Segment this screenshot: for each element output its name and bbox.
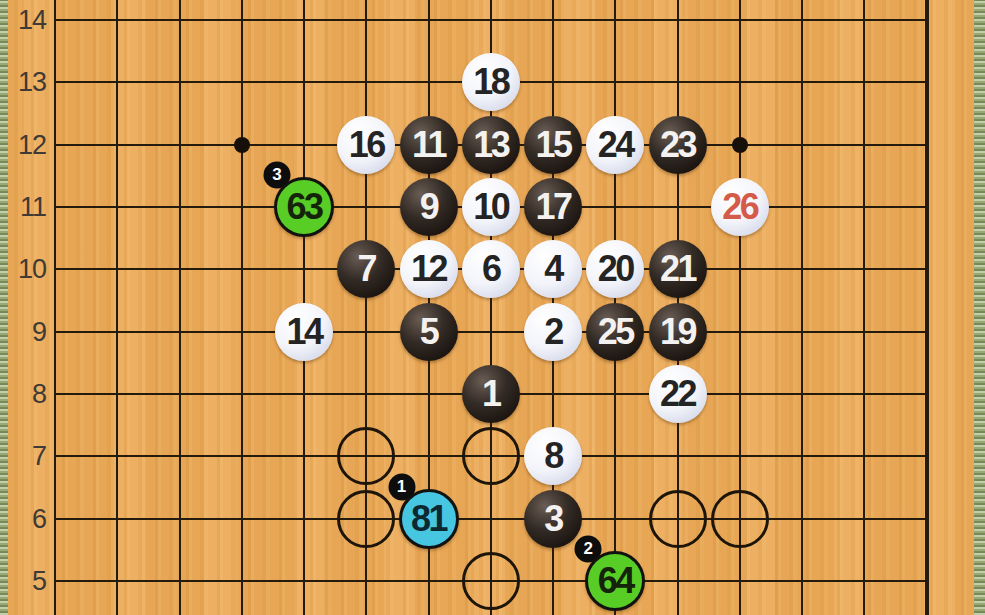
stone-black-3[interactable]: 3	[524, 490, 582, 548]
grid-vline-col3	[179, 0, 181, 615]
stone-white-22[interactable]: 22	[649, 365, 707, 423]
analysis-stone-63[interactable]: 63	[274, 177, 334, 237]
row-label-10: 10	[6, 254, 46, 285]
analysis-stone-64[interactable]: 64	[585, 551, 645, 611]
grid-vline-col15	[925, 0, 929, 615]
grid-vline-col1	[54, 0, 56, 615]
grid-hline-row14	[54, 19, 929, 21]
row-label-12: 12	[6, 129, 46, 160]
stone-black-23[interactable]: 23	[649, 116, 707, 174]
star-point	[234, 137, 250, 153]
row-label-14: 14	[6, 5, 46, 36]
ring-marker[interactable]	[649, 490, 707, 548]
analysis-stone-81[interactable]: 81	[399, 489, 459, 549]
ring-marker[interactable]	[462, 552, 520, 610]
row-label-13: 13	[6, 67, 46, 98]
board[interactable]: 141312111098765 123456789101112131415161…	[0, 0, 985, 615]
star-point	[732, 137, 748, 153]
stone-black-19[interactable]: 19	[649, 303, 707, 361]
stone-black-13[interactable]: 13	[462, 116, 520, 174]
row-label-8: 8	[6, 378, 46, 409]
stone-black-9[interactable]: 9	[400, 178, 458, 236]
row-label-7: 7	[6, 441, 46, 472]
row-label-5: 5	[6, 565, 46, 596]
grid-vline-col13	[801, 0, 803, 615]
grid-hline-row6	[54, 518, 929, 520]
stone-black-11[interactable]: 11	[400, 116, 458, 174]
stone-white-6[interactable]: 6	[462, 240, 520, 298]
ring-marker[interactable]	[462, 427, 520, 485]
stone-white-4[interactable]: 4	[524, 240, 582, 298]
row-label-11: 11	[6, 191, 46, 222]
stone-white-16[interactable]: 16	[337, 116, 395, 174]
row-label-6: 6	[6, 503, 46, 534]
stone-white-12[interactable]: 12	[400, 240, 458, 298]
stone-white-14[interactable]: 14	[275, 303, 333, 361]
ring-marker[interactable]	[337, 490, 395, 548]
stone-white-18[interactable]: 18	[462, 53, 520, 111]
grid-vline-col2	[116, 0, 118, 615]
table-edge-right	[974, 0, 985, 615]
stone-white-24[interactable]: 24	[586, 116, 644, 174]
grid-hline-row9	[54, 331, 929, 333]
stone-black-17[interactable]: 17	[524, 178, 582, 236]
stone-white-26[interactable]: 26	[711, 178, 769, 236]
stone-white-10[interactable]: 10	[462, 178, 520, 236]
stone-white-8[interactable]: 8	[524, 427, 582, 485]
stone-black-15[interactable]: 15	[524, 116, 582, 174]
stone-white-20[interactable]: 20	[586, 240, 644, 298]
stone-black-5[interactable]: 5	[400, 303, 458, 361]
stone-black-7[interactable]: 7	[337, 240, 395, 298]
row-label-9: 9	[6, 316, 46, 347]
grid-vline-col4	[241, 0, 243, 615]
stone-black-21[interactable]: 21	[649, 240, 707, 298]
ring-marker[interactable]	[337, 427, 395, 485]
stone-black-25[interactable]: 25	[586, 303, 644, 361]
stone-black-1[interactable]: 1	[462, 365, 520, 423]
grid-vline-col14	[863, 0, 865, 615]
ring-marker[interactable]	[711, 490, 769, 548]
stone-white-2[interactable]: 2	[524, 303, 582, 361]
